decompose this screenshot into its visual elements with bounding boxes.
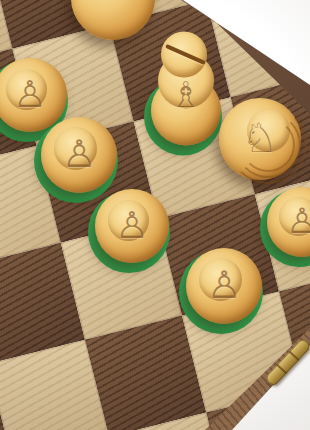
chess-photo-canvas: ♙♙♗♘♙♙♙ [0,0,310,430]
white-unknown-partial[interactable] [71,0,155,40]
knight-glyph: ♘ [242,118,279,159]
pawn-glyph: ♙ [207,266,241,304]
white-pawn[interactable]: ♙ [186,248,262,324]
bishop-glyph: ♗ [170,78,201,113]
pawn-glyph: ♙ [286,204,310,239]
pawn-glyph: ♙ [115,207,148,244]
wood-shape [71,0,155,40]
pawn-glyph: ♙ [62,135,96,173]
pawn-glyph: ♙ [13,76,46,113]
white-knight[interactable]: ♘ [219,98,301,180]
white-pawn[interactable]: ♙ [95,189,169,263]
white-pawn-partial[interactable]: ♙ [267,187,310,257]
white-pawn[interactable]: ♙ [41,117,117,193]
white-bishop[interactable]: ♗ [146,20,226,145]
